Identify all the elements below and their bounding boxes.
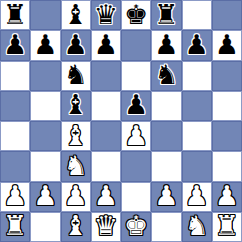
piece-white-pawn[interactable]: ♟ [154, 182, 178, 209]
square-f6[interactable]: ♞ [151, 61, 181, 91]
square-f3[interactable] [151, 151, 181, 181]
piece-black-king[interactable]: ♚ [124, 1, 148, 28]
square-f2[interactable]: ♟ [151, 182, 181, 212]
square-a2[interactable]: ♟ [0, 182, 30, 212]
square-h6[interactable] [212, 61, 242, 91]
square-a7[interactable]: ♟ [0, 30, 30, 60]
square-g2[interactable]: ♟ [182, 182, 212, 212]
square-h7[interactable]: ♟ [212, 30, 242, 60]
piece-white-pawn[interactable]: ♟ [64, 182, 88, 209]
chess-board: ♜♝♛♚♜♟♟♟♟♟♟♟♞♞♝♟♝♟♞♟♟♟♟♟♟♟♜♝♛♚♞♜ [0, 0, 242, 242]
square-g7[interactable]: ♟ [182, 30, 212, 60]
square-d2[interactable]: ♟ [91, 182, 121, 212]
square-f8[interactable]: ♜ [151, 0, 181, 30]
square-a5[interactable] [0, 91, 30, 121]
square-f5[interactable] [151, 91, 181, 121]
square-g1[interactable]: ♞ [182, 212, 212, 242]
piece-white-pawn[interactable]: ♟ [33, 182, 57, 209]
piece-white-pawn[interactable]: ♟ [124, 122, 148, 149]
piece-white-pawn[interactable]: ♟ [215, 182, 239, 209]
piece-black-pawn[interactable]: ♟ [64, 31, 88, 58]
square-c1[interactable]: ♝ [61, 212, 91, 242]
square-g6[interactable] [182, 61, 212, 91]
piece-white-rook[interactable]: ♜ [215, 212, 239, 239]
piece-white-pawn[interactable]: ♟ [3, 182, 27, 209]
square-a3[interactable] [0, 151, 30, 181]
square-c7[interactable]: ♟ [61, 30, 91, 60]
square-a1[interactable]: ♜ [0, 212, 30, 242]
square-d1[interactable]: ♛ [91, 212, 121, 242]
square-e6[interactable] [121, 61, 151, 91]
piece-white-bishop[interactable]: ♝ [64, 212, 88, 239]
square-c8[interactable]: ♝ [61, 0, 91, 30]
square-c5[interactable]: ♝ [61, 91, 91, 121]
square-h8[interactable] [212, 0, 242, 30]
piece-black-pawn[interactable]: ♟ [185, 31, 209, 58]
square-f4[interactable] [151, 121, 181, 151]
piece-black-pawn[interactable]: ♟ [33, 31, 57, 58]
square-d3[interactable] [91, 151, 121, 181]
square-f1[interactable] [151, 212, 181, 242]
square-b6[interactable] [30, 61, 60, 91]
square-d8[interactable]: ♛ [91, 0, 121, 30]
piece-white-king[interactable]: ♚ [124, 212, 148, 239]
piece-black-bishop[interactable]: ♝ [64, 1, 88, 28]
square-a8[interactable]: ♜ [0, 0, 30, 30]
square-f7[interactable]: ♟ [151, 30, 181, 60]
square-e8[interactable]: ♚ [121, 0, 151, 30]
piece-black-rook[interactable]: ♜ [3, 1, 27, 28]
square-c6[interactable]: ♞ [61, 61, 91, 91]
square-g4[interactable] [182, 121, 212, 151]
piece-white-rook[interactable]: ♜ [3, 212, 27, 239]
square-e1[interactable]: ♚ [121, 212, 151, 242]
piece-black-pawn[interactable]: ♟ [215, 31, 239, 58]
square-e3[interactable] [121, 151, 151, 181]
square-b5[interactable] [30, 91, 60, 121]
square-h2[interactable]: ♟ [212, 182, 242, 212]
piece-black-pawn[interactable]: ♟ [3, 31, 27, 58]
square-h5[interactable] [212, 91, 242, 121]
square-c3[interactable]: ♞ [61, 151, 91, 181]
piece-black-bishop[interactable]: ♝ [64, 91, 88, 118]
piece-black-knight[interactable]: ♞ [64, 61, 88, 88]
square-g5[interactable] [182, 91, 212, 121]
square-b4[interactable] [30, 121, 60, 151]
piece-white-bishop[interactable]: ♝ [64, 122, 88, 149]
square-b7[interactable]: ♟ [30, 30, 60, 60]
square-e4[interactable]: ♟ [121, 121, 151, 151]
square-h1[interactable]: ♜ [212, 212, 242, 242]
piece-black-queen[interactable]: ♛ [94, 1, 118, 28]
square-b3[interactable] [30, 151, 60, 181]
piece-white-pawn[interactable]: ♟ [94, 182, 118, 209]
piece-black-pawn[interactable]: ♟ [154, 31, 178, 58]
square-d7[interactable]: ♟ [91, 30, 121, 60]
square-e7[interactable] [121, 30, 151, 60]
piece-black-pawn[interactable]: ♟ [94, 31, 118, 58]
piece-white-knight[interactable]: ♞ [185, 212, 209, 239]
square-d4[interactable] [91, 121, 121, 151]
square-b2[interactable]: ♟ [30, 182, 60, 212]
square-h3[interactable] [212, 151, 242, 181]
square-b8[interactable] [30, 0, 60, 30]
square-d5[interactable] [91, 91, 121, 121]
square-d6[interactable] [91, 61, 121, 91]
square-g8[interactable] [182, 0, 212, 30]
piece-black-pawn[interactable]: ♟ [124, 91, 148, 118]
square-a6[interactable] [0, 61, 30, 91]
piece-white-pawn[interactable]: ♟ [185, 182, 209, 209]
square-h4[interactable] [212, 121, 242, 151]
square-g3[interactable] [182, 151, 212, 181]
square-c4[interactable]: ♝ [61, 121, 91, 151]
piece-black-rook[interactable]: ♜ [154, 1, 178, 28]
piece-white-knight[interactable]: ♞ [64, 152, 88, 179]
square-c2[interactable]: ♟ [61, 182, 91, 212]
square-e2[interactable] [121, 182, 151, 212]
square-e5[interactable]: ♟ [121, 91, 151, 121]
square-b1[interactable] [30, 212, 60, 242]
square-a4[interactable] [0, 121, 30, 151]
piece-white-queen[interactable]: ♛ [94, 212, 118, 239]
piece-black-knight[interactable]: ♞ [154, 61, 178, 88]
